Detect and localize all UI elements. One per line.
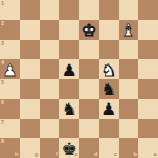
square-c5[interactable]: ♞	[99, 79, 119, 99]
piece-black-knight[interactable]: ♞	[101, 81, 116, 98]
rank-label: 8	[1, 139, 4, 145]
square-d8[interactable]: d	[79, 138, 99, 158]
square-f6[interactable]	[40, 99, 60, 119]
square-e1[interactable]	[59, 0, 79, 20]
square-c7[interactable]	[99, 119, 119, 139]
square-h4[interactable]: 4♟	[0, 59, 20, 79]
square-c4[interactable]: ♞	[99, 59, 119, 79]
piece-white-pawn[interactable]: ♟	[2, 61, 17, 78]
square-d6[interactable]	[79, 99, 99, 119]
square-b7[interactable]	[119, 119, 139, 139]
square-f7[interactable]	[40, 119, 60, 139]
file-label: g	[35, 152, 38, 158]
square-e2[interactable]	[59, 20, 79, 40]
rank-label: 3	[1, 41, 4, 47]
square-b3[interactable]	[119, 40, 139, 60]
square-c1[interactable]	[99, 0, 119, 20]
rank-label: 2	[1, 21, 4, 27]
square-g8[interactable]: g	[20, 138, 40, 158]
square-g1[interactable]	[20, 0, 40, 20]
square-g4[interactable]	[20, 59, 40, 79]
piece-black-pawn[interactable]: ♟	[101, 101, 116, 118]
square-f2[interactable]	[40, 20, 60, 40]
file-label: c	[114, 152, 117, 158]
square-a5[interactable]	[138, 79, 158, 99]
square-b2[interactable]: ♝	[119, 20, 139, 40]
square-g6[interactable]	[20, 99, 40, 119]
square-g5[interactable]	[20, 79, 40, 99]
square-d1[interactable]	[79, 0, 99, 20]
piece-black-knight[interactable]: ♞	[62, 101, 77, 118]
square-c6[interactable]: ♟	[99, 99, 119, 119]
chess-board: 12♚♝34♟♟♞5♞6♞♟78hgfe♚dcba	[0, 0, 158, 158]
square-d5[interactable]	[79, 79, 99, 99]
piece-white-bishop[interactable]: ♝	[121, 22, 136, 39]
square-h5[interactable]: 5	[0, 79, 20, 99]
square-d7[interactable]	[79, 119, 99, 139]
rank-label: 1	[1, 1, 4, 7]
file-label: b	[133, 152, 136, 158]
square-f1[interactable]	[40, 0, 60, 20]
square-a1[interactable]	[138, 0, 158, 20]
piece-black-king[interactable]: ♚	[62, 140, 77, 157]
square-e3[interactable]	[59, 40, 79, 60]
square-b5[interactable]	[119, 79, 139, 99]
square-e6[interactable]: ♞	[59, 99, 79, 119]
square-b8[interactable]: b	[119, 138, 139, 158]
square-a2[interactable]	[138, 20, 158, 40]
square-d4[interactable]	[79, 59, 99, 79]
square-f3[interactable]	[40, 40, 60, 60]
rank-label: 6	[1, 100, 4, 106]
square-b1[interactable]	[119, 0, 139, 20]
square-h6[interactable]: 6	[0, 99, 20, 119]
square-a6[interactable]	[138, 99, 158, 119]
file-label: a	[153, 152, 156, 158]
square-a4[interactable]	[138, 59, 158, 79]
square-g3[interactable]	[20, 40, 40, 60]
square-e5[interactable]	[59, 79, 79, 99]
square-f4[interactable]	[40, 59, 60, 79]
square-b6[interactable]	[119, 99, 139, 119]
square-d2[interactable]: ♚	[79, 20, 99, 40]
square-h2[interactable]: 2	[0, 20, 20, 40]
piece-black-pawn[interactable]: ♟	[62, 61, 77, 78]
square-f5[interactable]	[40, 79, 60, 99]
rank-label: 5	[1, 80, 4, 86]
piece-white-king[interactable]: ♚	[81, 22, 96, 39]
square-h3[interactable]: 3	[0, 40, 20, 60]
square-c3[interactable]	[99, 40, 119, 60]
square-e7[interactable]	[59, 119, 79, 139]
square-c8[interactable]: c	[99, 138, 119, 158]
square-c2[interactable]	[99, 20, 119, 40]
square-d3[interactable]	[79, 40, 99, 60]
square-a3[interactable]	[138, 40, 158, 60]
square-h1[interactable]: 1	[0, 0, 20, 20]
square-e8[interactable]: e♚	[59, 138, 79, 158]
square-a8[interactable]: a	[138, 138, 158, 158]
square-h8[interactable]: 8h	[0, 138, 20, 158]
file-label: f	[56, 152, 58, 158]
file-label: d	[94, 152, 97, 158]
piece-white-knight[interactable]: ♞	[101, 61, 116, 78]
square-h7[interactable]: 7	[0, 119, 20, 139]
square-e4[interactable]: ♟	[59, 59, 79, 79]
square-b4[interactable]	[119, 59, 139, 79]
square-g7[interactable]	[20, 119, 40, 139]
square-f8[interactable]: f	[40, 138, 60, 158]
rank-label: 7	[1, 120, 4, 126]
square-g2[interactable]	[20, 20, 40, 40]
square-a7[interactable]	[138, 119, 158, 139]
file-label: h	[15, 152, 18, 158]
